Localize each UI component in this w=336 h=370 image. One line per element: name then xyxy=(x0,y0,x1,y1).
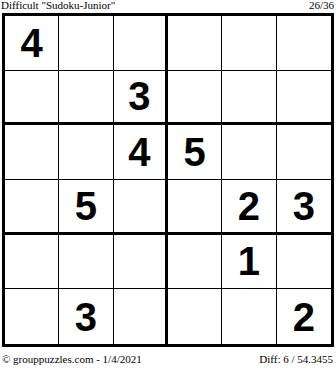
header: Difficult "Sudoku-Junior" 26/36 xyxy=(0,0,336,12)
cell-r3c4[interactable]: 5 xyxy=(168,125,222,180)
cell-r1c1[interactable]: 4 xyxy=(5,16,59,71)
given-digit: 3 xyxy=(128,76,150,116)
given-digit: 2 xyxy=(293,297,315,337)
difficulty-text: Diff: 6 / 54.3455 xyxy=(259,353,333,365)
cell-r6c4[interactable] xyxy=(168,289,222,344)
cell-r2c1[interactable] xyxy=(5,71,59,126)
cell-r5c5[interactable]: 1 xyxy=(222,235,276,290)
cell-r6c2[interactable]: 3 xyxy=(59,289,113,344)
sudoku-grid: 4345523132 xyxy=(2,13,334,347)
puzzle-title: Difficult "Sudoku-Junior" xyxy=(1,0,115,11)
cell-r6c5[interactable] xyxy=(222,289,276,344)
cell-r5c6[interactable] xyxy=(277,235,331,290)
cell-r2c5[interactable] xyxy=(222,71,276,126)
cell-r4c6[interactable]: 3 xyxy=(277,180,331,235)
cell-r3c5[interactable] xyxy=(222,125,276,180)
given-digit: 2 xyxy=(238,186,260,226)
given-digit: 5 xyxy=(75,186,97,226)
footer: © grouppuzzles.com - 1/4/2021 Diff: 6 / … xyxy=(0,347,336,370)
cell-r5c1[interactable] xyxy=(5,235,59,290)
copyright-text: © grouppuzzles.com - 1/4/2021 xyxy=(2,353,142,365)
given-digit: 3 xyxy=(293,186,315,226)
cell-r6c6[interactable]: 2 xyxy=(277,289,331,344)
sudoku-page: Difficult "Sudoku-Junior" 26/36 43455231… xyxy=(0,0,336,370)
cell-r1c3[interactable] xyxy=(114,16,168,71)
cell-r5c2[interactable] xyxy=(59,235,113,290)
given-digit: 3 xyxy=(75,297,97,337)
cell-r4c2[interactable]: 5 xyxy=(59,180,113,235)
cell-r3c1[interactable] xyxy=(5,125,59,180)
cell-r1c5[interactable] xyxy=(222,16,276,71)
given-digit: 4 xyxy=(128,132,150,172)
cell-r1c4[interactable] xyxy=(168,16,222,71)
cell-r4c5[interactable]: 2 xyxy=(222,180,276,235)
cell-r6c3[interactable] xyxy=(114,289,168,344)
cell-r1c2[interactable] xyxy=(59,16,113,71)
cell-r5c4[interactable] xyxy=(168,235,222,290)
puzzle-counter: 26/36 xyxy=(309,0,334,11)
cell-r2c2[interactable] xyxy=(59,71,113,126)
cell-r1c6[interactable] xyxy=(277,16,331,71)
cell-r3c3[interactable]: 4 xyxy=(114,125,168,180)
given-digit: 1 xyxy=(238,241,260,281)
cell-r4c1[interactable] xyxy=(5,180,59,235)
cell-r2c3[interactable]: 3 xyxy=(114,71,168,126)
cell-r4c4[interactable] xyxy=(168,180,222,235)
cell-r4c3[interactable] xyxy=(114,180,168,235)
cell-r3c6[interactable] xyxy=(277,125,331,180)
given-digit: 4 xyxy=(21,23,43,63)
cell-r3c2[interactable] xyxy=(59,125,113,180)
given-digit: 5 xyxy=(184,132,206,172)
cell-r2c6[interactable] xyxy=(277,71,331,126)
cell-r6c1[interactable] xyxy=(5,289,59,344)
cell-r2c4[interactable] xyxy=(168,71,222,126)
cell-r5c3[interactable] xyxy=(114,235,168,290)
